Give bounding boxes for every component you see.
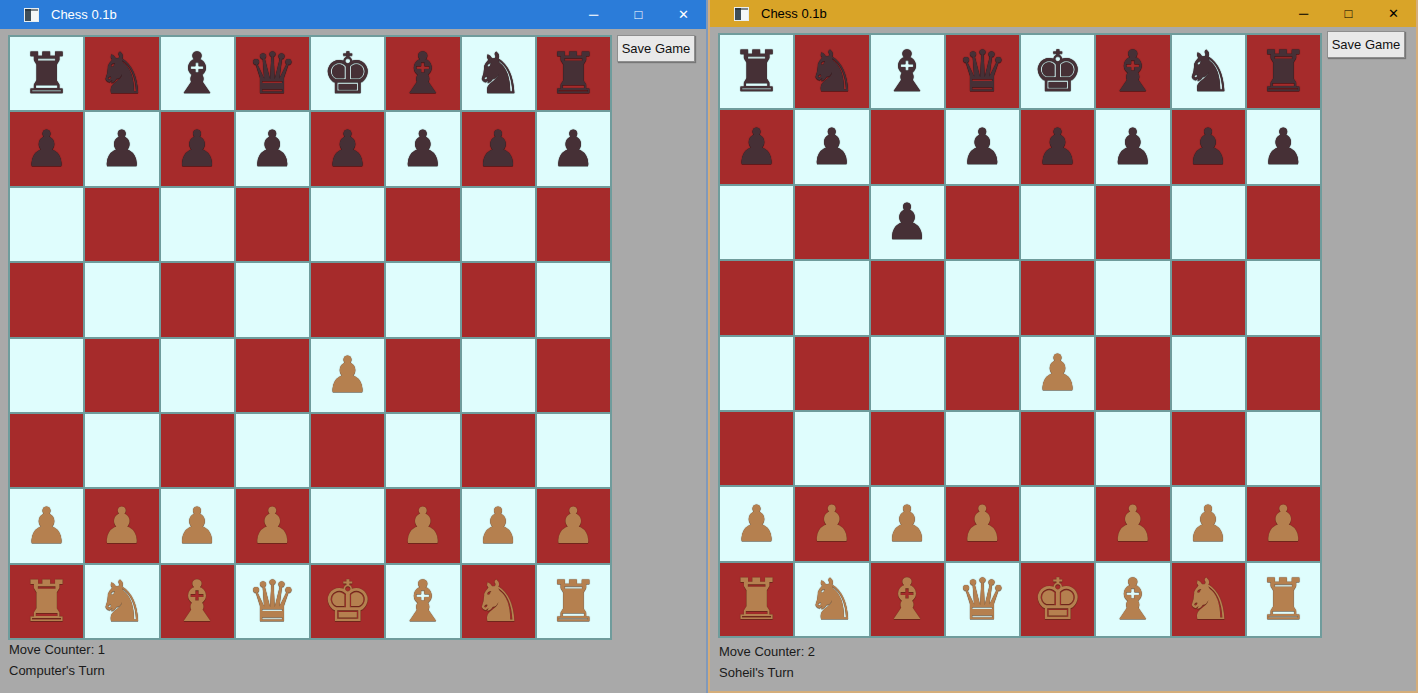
- black-pawn: ♟: [1035, 122, 1080, 172]
- square-h4[interactable]: [1247, 337, 1320, 410]
- black-queen: ♛: [247, 45, 298, 102]
- square-g8[interactable]: ♞: [1172, 35, 1245, 108]
- square-g4[interactable]: [462, 339, 535, 412]
- white-pawn: ♟: [24, 501, 69, 551]
- white-bishop: ♝: [172, 573, 223, 630]
- square-h3[interactable]: [537, 414, 610, 487]
- square-d7[interactable]: ♟: [946, 110, 1019, 183]
- white-knight: ♞: [1183, 571, 1234, 628]
- square-b7[interactable]: ♟: [85, 112, 158, 185]
- white-rook: ♜: [548, 573, 599, 630]
- white-pawn: ♟: [1186, 499, 1231, 549]
- square-h2[interactable]: ♟: [1247, 487, 1320, 560]
- black-pawn: ♟: [325, 124, 370, 174]
- black-pawn: ♟: [476, 124, 521, 174]
- square-b7[interactable]: ♟: [795, 110, 868, 183]
- white-pawn: ♟: [960, 499, 1005, 549]
- titlebar[interactable]: Chess 0.1b ─ □ ✕: [710, 0, 1416, 27]
- square-h5[interactable]: [1247, 261, 1320, 334]
- square-e7[interactable]: ♟: [1021, 110, 1094, 183]
- square-a3[interactable]: [720, 412, 793, 485]
- black-bishop: ♝: [172, 45, 223, 102]
- square-a5[interactable]: [720, 261, 793, 334]
- square-b3[interactable]: [795, 412, 868, 485]
- maximize-icon: □: [1345, 6, 1353, 21]
- square-b8[interactable]: ♞: [85, 37, 158, 110]
- square-h7[interactable]: ♟: [537, 112, 610, 185]
- square-e8[interactable]: ♚: [1021, 35, 1094, 108]
- minimize-button[interactable]: ─: [1281, 0, 1326, 27]
- square-d3[interactable]: [236, 414, 309, 487]
- square-b1[interactable]: ♞: [85, 565, 158, 638]
- square-c2[interactable]: ♟: [871, 487, 944, 560]
- chess-window-right: Chess 0.1b ─ □ ✕ ♜♞♝♛♚♝♞♜♟♟♟♟♟♟♟♟♟♟♟♟♟♟♟…: [708, 0, 1418, 693]
- square-c3[interactable]: [871, 412, 944, 485]
- square-f2[interactable]: ♟: [1096, 487, 1169, 560]
- square-g6[interactable]: [462, 188, 535, 261]
- white-pawn: ♟: [551, 501, 596, 551]
- square-a1[interactable]: ♜: [720, 563, 793, 636]
- square-e3[interactable]: [1021, 412, 1094, 485]
- turn-status-text: Soheil's Turn: [719, 665, 794, 680]
- white-pawn: ♟: [325, 350, 370, 400]
- close-button[interactable]: ✕: [661, 0, 706, 29]
- black-bishop: ♝: [397, 45, 448, 102]
- square-b6[interactable]: [85, 188, 158, 261]
- square-g1[interactable]: ♞: [1172, 563, 1245, 636]
- square-d6[interactable]: [236, 188, 309, 261]
- square-a5[interactable]: [10, 263, 83, 336]
- square-e7[interactable]: ♟: [311, 112, 384, 185]
- black-rook: ♜: [21, 45, 72, 102]
- black-knight: ♞: [96, 45, 147, 102]
- square-c7[interactable]: [871, 110, 944, 183]
- white-pawn: ♟: [1261, 499, 1306, 549]
- square-f1[interactable]: ♝: [386, 565, 459, 638]
- square-g6[interactable]: [1172, 186, 1245, 259]
- square-a3[interactable]: [10, 414, 83, 487]
- square-e2[interactable]: [311, 489, 384, 562]
- square-f4[interactable]: [386, 339, 459, 412]
- black-king: ♚: [1032, 43, 1083, 100]
- square-g7[interactable]: ♟: [462, 112, 535, 185]
- square-c4[interactable]: [871, 337, 944, 410]
- square-a2[interactable]: ♟: [720, 487, 793, 560]
- square-h6[interactable]: [1247, 186, 1320, 259]
- square-e3[interactable]: [311, 414, 384, 487]
- white-pawn: ♟: [1035, 348, 1080, 398]
- white-rook: ♜: [21, 573, 72, 630]
- square-f8[interactable]: ♝: [1096, 35, 1169, 108]
- square-c5[interactable]: [161, 263, 234, 336]
- square-g3[interactable]: [1172, 412, 1245, 485]
- window-title: Chess 0.1b: [761, 6, 827, 21]
- white-pawn: ♟: [175, 501, 220, 551]
- square-d1[interactable]: ♛: [236, 565, 309, 638]
- chess-board-right: ♜♞♝♛♚♝♞♜♟♟♟♟♟♟♟♟♟♟♟♟♟♟♟♟♜♞♝♛♚♝♞♜: [718, 33, 1322, 638]
- square-e4[interactable]: ♟: [1021, 337, 1094, 410]
- square-b8[interactable]: ♞: [795, 35, 868, 108]
- square-f8[interactable]: ♝: [386, 37, 459, 110]
- square-h7[interactable]: ♟: [1247, 110, 1320, 183]
- square-f4[interactable]: [1096, 337, 1169, 410]
- black-pawn: ♟: [24, 124, 69, 174]
- turn-status-text: Computer's Turn: [9, 663, 105, 678]
- black-pawn: ♟: [809, 122, 854, 172]
- save-game-button[interactable]: Save Game: [1327, 31, 1405, 58]
- black-pawn: ♟: [99, 124, 144, 174]
- white-bishop: ♝: [397, 573, 448, 630]
- square-c5[interactable]: [871, 261, 944, 334]
- square-c8[interactable]: ♝: [871, 35, 944, 108]
- titlebar[interactable]: Chess 0.1b ─ □ ✕: [0, 0, 706, 29]
- white-king: ♚: [322, 573, 373, 630]
- white-pawn: ♟: [400, 501, 445, 551]
- square-a8[interactable]: ♜: [10, 37, 83, 110]
- square-f7[interactable]: ♟: [386, 112, 459, 185]
- square-d3[interactable]: [946, 412, 1019, 485]
- black-pawn: ♟: [400, 124, 445, 174]
- white-pawn: ♟: [99, 501, 144, 551]
- square-h8[interactable]: ♜: [537, 37, 610, 110]
- square-a1[interactable]: ♜: [10, 565, 83, 638]
- square-b3[interactable]: [85, 414, 158, 487]
- square-h1[interactable]: ♜: [1247, 563, 1320, 636]
- black-pawn: ♟: [885, 197, 930, 247]
- square-a6[interactable]: [10, 188, 83, 261]
- square-f5[interactable]: [1096, 261, 1169, 334]
- white-knight: ♞: [96, 573, 147, 630]
- minimize-button[interactable]: ─: [571, 0, 616, 29]
- square-e6[interactable]: [1021, 186, 1094, 259]
- close-icon: ✕: [1388, 6, 1399, 21]
- square-b1[interactable]: ♞: [795, 563, 868, 636]
- square-d8[interactable]: ♛: [946, 35, 1019, 108]
- close-icon: ✕: [678, 7, 689, 22]
- square-g1[interactable]: ♞: [462, 565, 535, 638]
- square-g5[interactable]: [462, 263, 535, 336]
- chess-board-left: ♜♞♝♛♚♝♞♜♟♟♟♟♟♟♟♟♟♟♟♟♟♟♟♟♜♞♝♛♚♝♞♜: [8, 35, 612, 640]
- black-pawn: ♟: [551, 124, 596, 174]
- square-a4[interactable]: [720, 337, 793, 410]
- white-knight: ♞: [806, 571, 857, 628]
- square-h8[interactable]: ♜: [1247, 35, 1320, 108]
- square-d7[interactable]: ♟: [236, 112, 309, 185]
- square-e5[interactable]: [311, 263, 384, 336]
- square-b5[interactable]: [85, 263, 158, 336]
- black-bishop: ♝: [1107, 43, 1158, 100]
- square-d2[interactable]: ♟: [946, 487, 1019, 560]
- app-icon: [24, 8, 39, 22]
- black-king: ♚: [322, 45, 373, 102]
- square-f7[interactable]: ♟: [1096, 110, 1169, 183]
- black-pawn: ♟: [175, 124, 220, 174]
- square-a7[interactable]: ♟: [10, 112, 83, 185]
- square-d4[interactable]: [946, 337, 1019, 410]
- square-e2[interactable]: [1021, 487, 1094, 560]
- square-e8[interactable]: ♚: [311, 37, 384, 110]
- black-pawn: ♟: [960, 122, 1005, 172]
- maximize-icon: □: [635, 7, 643, 22]
- square-h4[interactable]: [537, 339, 610, 412]
- white-pawn: ♟: [809, 499, 854, 549]
- square-b5[interactable]: [795, 261, 868, 334]
- square-b2[interactable]: ♟: [795, 487, 868, 560]
- move-counter-text: Move Counter: 2: [719, 644, 815, 659]
- square-e1[interactable]: ♚: [311, 565, 384, 638]
- square-b6[interactable]: [795, 186, 868, 259]
- square-g3[interactable]: [462, 414, 535, 487]
- square-a6[interactable]: [720, 186, 793, 259]
- square-f5[interactable]: [386, 263, 459, 336]
- square-d1[interactable]: ♛: [946, 563, 1019, 636]
- window-title: Chess 0.1b: [51, 7, 117, 22]
- white-queen: ♛: [247, 573, 298, 630]
- white-bishop: ♝: [882, 571, 933, 628]
- square-c1[interactable]: ♝: [871, 563, 944, 636]
- square-e5[interactable]: [1021, 261, 1094, 334]
- white-pawn: ♟: [476, 501, 521, 551]
- close-button[interactable]: ✕: [1371, 0, 1416, 27]
- window-controls: ─ □ ✕: [1281, 0, 1416, 27]
- white-knight: ♞: [473, 573, 524, 630]
- square-h2[interactable]: ♟: [537, 489, 610, 562]
- save-game-button[interactable]: Save Game: [617, 35, 695, 62]
- square-b4[interactable]: [795, 337, 868, 410]
- white-pawn: ♟: [734, 499, 779, 549]
- square-d5[interactable]: [946, 261, 1019, 334]
- square-e6[interactable]: [311, 188, 384, 261]
- black-knight: ♞: [1183, 43, 1234, 100]
- white-pawn: ♟: [1110, 499, 1155, 549]
- square-f3[interactable]: [1096, 412, 1169, 485]
- black-pawn: ♟: [1110, 122, 1155, 172]
- square-d8[interactable]: ♛: [236, 37, 309, 110]
- black-rook: ♜: [548, 45, 599, 102]
- square-g8[interactable]: ♞: [462, 37, 535, 110]
- square-h1[interactable]: ♜: [537, 565, 610, 638]
- move-counter-text: Move Counter: 1: [9, 642, 105, 657]
- black-pawn: ♟: [1261, 122, 1306, 172]
- square-g5[interactable]: [1172, 261, 1245, 334]
- square-d2[interactable]: ♟: [236, 489, 309, 562]
- black-knight: ♞: [806, 43, 857, 100]
- white-queen: ♛: [957, 571, 1008, 628]
- maximize-button[interactable]: □: [616, 0, 661, 29]
- square-c8[interactable]: ♝: [161, 37, 234, 110]
- window-controls: ─ □ ✕: [571, 0, 706, 29]
- square-b4[interactable]: [85, 339, 158, 412]
- white-pawn: ♟: [885, 499, 930, 549]
- client-area: ♜♞♝♛♚♝♞♜♟♟♟♟♟♟♟♟♟♟♟♟♟♟♟♟♜♞♝♛♚♝♞♜ Save Ga…: [710, 27, 1416, 691]
- square-d5[interactable]: [236, 263, 309, 336]
- black-rook: ♜: [731, 43, 782, 100]
- square-c7[interactable]: ♟: [161, 112, 234, 185]
- square-f6[interactable]: [1096, 186, 1169, 259]
- square-e4[interactable]: ♟: [311, 339, 384, 412]
- square-c2[interactable]: ♟: [161, 489, 234, 562]
- white-rook: ♜: [1258, 571, 1309, 628]
- square-c4[interactable]: [161, 339, 234, 412]
- square-f6[interactable]: [386, 188, 459, 261]
- white-rook: ♜: [731, 571, 782, 628]
- minimize-icon: ─: [589, 7, 598, 22]
- square-h6[interactable]: [537, 188, 610, 261]
- square-g7[interactable]: ♟: [1172, 110, 1245, 183]
- square-a7[interactable]: ♟: [720, 110, 793, 183]
- white-bishop: ♝: [1107, 571, 1158, 628]
- square-f2[interactable]: ♟: [386, 489, 459, 562]
- desktop: Chess 0.1b ─ □ ✕ ♜♞♝♛♚♝♞♜♟♟♟♟♟♟♟♟♟♟♟♟♟♟♟…: [0, 0, 1418, 693]
- square-e1[interactable]: ♚: [1021, 563, 1094, 636]
- square-b2[interactable]: ♟: [85, 489, 158, 562]
- square-g4[interactable]: [1172, 337, 1245, 410]
- square-c1[interactable]: ♝: [161, 565, 234, 638]
- square-a8[interactable]: ♜: [720, 35, 793, 108]
- square-c6[interactable]: [161, 188, 234, 261]
- square-c6[interactable]: ♟: [871, 186, 944, 259]
- square-a4[interactable]: [10, 339, 83, 412]
- black-pawn: ♟: [250, 124, 295, 174]
- square-a2[interactable]: ♟: [10, 489, 83, 562]
- app-icon: [734, 7, 749, 21]
- white-pawn: ♟: [250, 501, 295, 551]
- square-h5[interactable]: [537, 263, 610, 336]
- client-area: ♜♞♝♛♚♝♞♜♟♟♟♟♟♟♟♟♟♟♟♟♟♟♟♟♜♞♝♛♚♝♞♜ Save Ga…: [0, 29, 706, 693]
- square-f3[interactable]: [386, 414, 459, 487]
- square-d4[interactable]: [236, 339, 309, 412]
- minimize-icon: ─: [1299, 6, 1308, 21]
- square-g2[interactable]: ♟: [1172, 487, 1245, 560]
- white-king: ♚: [1032, 571, 1083, 628]
- square-c3[interactable]: [161, 414, 234, 487]
- square-f1[interactable]: ♝: [1096, 563, 1169, 636]
- square-d6[interactable]: [946, 186, 1019, 259]
- black-queen: ♛: [957, 43, 1008, 100]
- black-rook: ♜: [1258, 43, 1309, 100]
- chess-window-left: Chess 0.1b ─ □ ✕ ♜♞♝♛♚♝♞♜♟♟♟♟♟♟♟♟♟♟♟♟♟♟♟…: [0, 0, 708, 693]
- maximize-button[interactable]: □: [1326, 0, 1371, 27]
- black-bishop: ♝: [882, 43, 933, 100]
- black-knight: ♞: [473, 45, 524, 102]
- square-g2[interactable]: ♟: [462, 489, 535, 562]
- black-pawn: ♟: [734, 122, 779, 172]
- black-pawn: ♟: [1186, 122, 1231, 172]
- square-h3[interactable]: [1247, 412, 1320, 485]
